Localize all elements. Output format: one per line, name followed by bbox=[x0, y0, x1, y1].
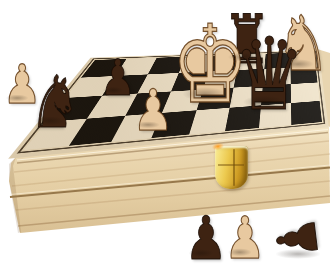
piece-black-pawn-b7[interactable]: ♟ bbox=[100, 53, 136, 103]
piece-black-queen-g6[interactable]: ♛ bbox=[233, 25, 305, 125]
piece-white-pawn-offboard[interactable]: ♟ bbox=[224, 209, 266, 267]
pieces-layer: ♜♞♟♚♟♛♞♟♟♟♟ bbox=[0, 0, 330, 272]
chess-set-photo: ♜♞♟♚♟♛♞♟♟♟♟ bbox=[0, 0, 330, 272]
piece-white-pawn-d5[interactable]: ♟ bbox=[133, 82, 174, 139]
piece-black-pawn-offboard[interactable]: ♟ bbox=[269, 215, 328, 262]
piece-black-pawn-offboard[interactable]: ♟ bbox=[184, 208, 227, 268]
piece-black-knight-a6[interactable]: ♞ bbox=[29, 66, 81, 138]
